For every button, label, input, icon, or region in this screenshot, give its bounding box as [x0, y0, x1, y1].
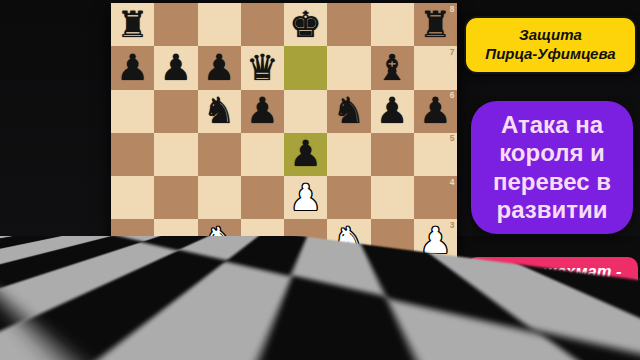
- square-a2[interactable]: ♟: [111, 263, 154, 306]
- piece-black-pawn: ♟: [116, 50, 148, 86]
- piece-white-rook: ♜: [246, 309, 278, 345]
- square-g1[interactable]: g: [371, 306, 414, 349]
- square-a5[interactable]: [111, 133, 154, 176]
- square-e6[interactable]: [284, 90, 327, 133]
- square-e5[interactable]: ♟: [284, 133, 327, 176]
- piece-black-pawn: ♟: [246, 93, 278, 129]
- square-b1[interactable]: b: [154, 306, 197, 349]
- square-h3[interactable]: ♟3: [414, 219, 457, 262]
- square-a3[interactable]: [111, 219, 154, 262]
- file-label-d: d: [243, 339, 248, 348]
- piece-white-pawn: ♟: [289, 180, 321, 216]
- piece-white-rook: ♜: [419, 309, 451, 345]
- piece-white-king: ♚: [203, 309, 235, 345]
- square-c6[interactable]: ♞: [198, 90, 241, 133]
- square-c8[interactable]: [198, 3, 241, 46]
- piece-white-pawn: ♟: [376, 266, 408, 302]
- file-label-f: f: [330, 339, 333, 348]
- square-a1[interactable]: a: [111, 306, 154, 349]
- square-f3[interactable]: ♞: [327, 219, 370, 262]
- rank-label-1: 1: [450, 307, 455, 316]
- square-h6[interactable]: ♟6: [414, 90, 457, 133]
- square-b3[interactable]: [154, 219, 197, 262]
- piece-black-knight: ♞: [333, 93, 365, 129]
- square-h4[interactable]: 4: [414, 176, 457, 219]
- opening-name-line: Пирца-Уфимцева: [485, 45, 615, 64]
- lesson-topic-line: короля и: [499, 139, 605, 167]
- piece-white-pawn: ♟: [160, 266, 192, 302]
- square-e8[interactable]: ♚: [284, 3, 327, 46]
- square-e2[interactable]: ♛: [284, 263, 327, 306]
- square-b2[interactable]: ♟: [154, 263, 197, 306]
- school-name-banner: Школа шахмат - Классик!: [467, 257, 638, 308]
- school-name-line: Классик!: [517, 283, 589, 304]
- square-e7[interactable]: [284, 46, 327, 89]
- square-c2[interactable]: ♟: [198, 263, 241, 306]
- rank-label-4: 4: [450, 178, 455, 187]
- square-c5[interactable]: [198, 133, 241, 176]
- square-e3[interactable]: [284, 219, 327, 262]
- square-b5[interactable]: [154, 133, 197, 176]
- square-e1[interactable]: e: [284, 306, 327, 349]
- rank-label-7: 7: [450, 48, 455, 57]
- file-label-a: a: [114, 339, 119, 348]
- lesson-topic-line: перевес в: [493, 168, 611, 196]
- square-h7[interactable]: 7: [414, 46, 457, 89]
- square-h5[interactable]: 5: [414, 133, 457, 176]
- opening-name-banner: Защита Пирца-Уфимцева: [464, 16, 637, 74]
- chess-board: ♜♚♜8♟♟♟♛♝7♞♟♞♟♟6♟5♟4♞♞♟3♟♟♟♝♛♟♟2ab♚c♜def…: [111, 3, 457, 349]
- square-b4[interactable]: [154, 176, 197, 219]
- square-f7[interactable]: [327, 46, 370, 89]
- file-label-b: b: [157, 339, 162, 348]
- square-c3[interactable]: ♞: [198, 219, 241, 262]
- rank-label-8: 8: [450, 5, 455, 14]
- piece-black-pawn: ♟: [203, 50, 235, 86]
- square-h1[interactable]: ♜1h: [414, 306, 457, 349]
- square-g4[interactable]: [371, 176, 414, 219]
- piece-black-rook: ♜: [116, 7, 148, 43]
- square-b6[interactable]: [154, 90, 197, 133]
- piece-black-pawn: ♟: [289, 136, 321, 172]
- square-a4[interactable]: [111, 176, 154, 219]
- square-g5[interactable]: [371, 133, 414, 176]
- square-g2[interactable]: ♟: [371, 263, 414, 306]
- piece-white-knight: ♞: [333, 223, 365, 259]
- opening-name-line: Защита: [519, 26, 582, 45]
- square-f8[interactable]: [327, 3, 370, 46]
- piece-white-bishop: ♝: [246, 266, 278, 302]
- rank-label-2: 2: [450, 264, 455, 273]
- rank-label-3: 3: [450, 221, 455, 230]
- square-a7[interactable]: ♟: [111, 46, 154, 89]
- square-b8[interactable]: [154, 3, 197, 46]
- video-frame: ♜♚♜8♟♟♟♛♝7♞♟♞♟♟6♟5♟4♞♞♟3♟♟♟♝♛♟♟2ab♚c♜def…: [0, 0, 640, 360]
- piece-white-queen: ♛: [289, 266, 321, 302]
- piece-black-king: ♚: [289, 7, 321, 43]
- square-d1[interactable]: ♜d: [241, 306, 284, 349]
- square-d3[interactable]: [241, 219, 284, 262]
- square-c1[interactable]: ♚c: [198, 306, 241, 349]
- square-g8[interactable]: [371, 3, 414, 46]
- square-g7[interactable]: ♝: [371, 46, 414, 89]
- piece-white-pawn: ♟: [419, 223, 451, 259]
- file-label-h: h: [416, 339, 421, 348]
- rank-label-6: 6: [450, 91, 455, 100]
- square-h8[interactable]: ♜8: [414, 3, 457, 46]
- square-g6[interactable]: ♟: [371, 90, 414, 133]
- square-f6[interactable]: ♞: [327, 90, 370, 133]
- file-label-e: e: [287, 339, 292, 348]
- square-d5[interactable]: [241, 133, 284, 176]
- square-b7[interactable]: ♟: [154, 46, 197, 89]
- square-e4[interactable]: ♟: [284, 176, 327, 219]
- piece-white-pawn: ♟: [116, 266, 148, 302]
- square-d8[interactable]: [241, 3, 284, 46]
- square-d4[interactable]: [241, 176, 284, 219]
- piece-black-pawn: ♟: [419, 93, 451, 129]
- square-d6[interactable]: ♟: [241, 90, 284, 133]
- file-label-g: g: [373, 339, 378, 348]
- piece-white-pawn: ♟: [203, 266, 235, 302]
- square-c7[interactable]: ♟: [198, 46, 241, 89]
- square-a8[interactable]: ♜: [111, 3, 154, 46]
- piece-black-knight: ♞: [203, 93, 235, 129]
- piece-black-bishop: ♝: [376, 50, 408, 86]
- square-f5[interactable]: [327, 133, 370, 176]
- square-a6[interactable]: [111, 90, 154, 133]
- square-f1[interactable]: f: [327, 306, 370, 349]
- square-d2[interactable]: ♝: [241, 263, 284, 306]
- file-label-c: c: [200, 339, 205, 348]
- piece-black-rook: ♜: [419, 7, 451, 43]
- piece-black-pawn: ♟: [160, 50, 192, 86]
- square-f2[interactable]: ♟: [327, 263, 370, 306]
- school-name-line: Школа шахмат -: [484, 261, 622, 282]
- rank-label-5: 5: [450, 134, 455, 143]
- piece-black-queen: ♛: [246, 50, 278, 86]
- square-g3[interactable]: [371, 219, 414, 262]
- lesson-topic-line: Атака на: [501, 111, 603, 139]
- square-f4[interactable]: [327, 176, 370, 219]
- square-d7[interactable]: ♛: [241, 46, 284, 89]
- square-h2[interactable]: 2: [414, 263, 457, 306]
- lesson-topic-banner: Атака на короля и перевес в развитии: [471, 101, 633, 234]
- piece-black-pawn: ♟: [376, 93, 408, 129]
- square-c4[interactable]: [198, 176, 241, 219]
- piece-white-pawn: ♟: [333, 266, 365, 302]
- lesson-topic-line: развитии: [497, 196, 608, 224]
- piece-white-knight: ♞: [203, 223, 235, 259]
